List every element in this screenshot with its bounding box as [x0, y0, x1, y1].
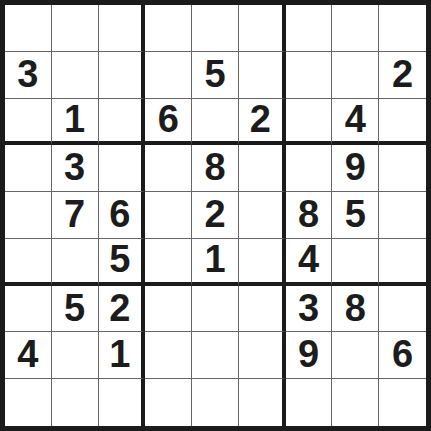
- cell-given-digit: 8: [332, 286, 379, 333]
- cell-empty[interactable]: [239, 52, 286, 99]
- cell-empty[interactable]: [52, 379, 99, 426]
- cell-given-digit: 2: [379, 52, 426, 99]
- cell-empty[interactable]: [52, 332, 99, 379]
- cell-empty[interactable]: [5, 379, 52, 426]
- sudoku-board: 35216243897628551452384196: [0, 0, 431, 431]
- cell-empty[interactable]: [332, 332, 379, 379]
- cell-given-digit: 3: [286, 286, 333, 333]
- cell-empty[interactable]: [332, 379, 379, 426]
- cell-given-digit: 6: [379, 332, 426, 379]
- cell-empty[interactable]: [379, 5, 426, 52]
- cell-empty[interactable]: [239, 379, 286, 426]
- cell-empty[interactable]: [286, 379, 333, 426]
- cell-given-digit: 1: [192, 239, 239, 286]
- cell-given-digit: 1: [99, 332, 146, 379]
- cell-empty[interactable]: [192, 379, 239, 426]
- cell-given-digit: 7: [52, 192, 99, 239]
- cell-empty[interactable]: [145, 379, 192, 426]
- cell-empty[interactable]: [379, 239, 426, 286]
- cell-given-digit: 2: [239, 99, 286, 146]
- cell-given-digit: 9: [332, 145, 379, 192]
- cell-empty[interactable]: [239, 286, 286, 333]
- cell-empty[interactable]: [5, 239, 52, 286]
- cell-empty[interactable]: [52, 239, 99, 286]
- cell-empty[interactable]: [99, 5, 146, 52]
- cell-given-digit: 3: [5, 52, 52, 99]
- cell-given-digit: 5: [52, 286, 99, 333]
- cell-empty[interactable]: [286, 99, 333, 146]
- cell-empty[interactable]: [286, 52, 333, 99]
- cell-empty[interactable]: [379, 192, 426, 239]
- cell-empty[interactable]: [192, 99, 239, 146]
- cell-empty[interactable]: [145, 145, 192, 192]
- cell-empty[interactable]: [286, 145, 333, 192]
- cell-empty[interactable]: [5, 192, 52, 239]
- cell-given-digit: 8: [286, 192, 333, 239]
- cell-empty[interactable]: [145, 192, 192, 239]
- cell-empty[interactable]: [332, 239, 379, 286]
- cell-empty[interactable]: [5, 99, 52, 146]
- cell-empty[interactable]: [5, 145, 52, 192]
- cell-empty[interactable]: [192, 5, 239, 52]
- cell-given-digit: 6: [99, 192, 146, 239]
- cell-empty[interactable]: [332, 5, 379, 52]
- cell-empty[interactable]: [239, 145, 286, 192]
- cell-empty[interactable]: [99, 52, 146, 99]
- cell-empty[interactable]: [239, 192, 286, 239]
- cell-given-digit: 4: [286, 239, 333, 286]
- cell-given-digit: 6: [145, 99, 192, 146]
- cell-empty[interactable]: [99, 379, 146, 426]
- cell-empty[interactable]: [332, 52, 379, 99]
- cell-given-digit: 5: [192, 52, 239, 99]
- cell-empty[interactable]: [145, 52, 192, 99]
- cell-empty[interactable]: [239, 5, 286, 52]
- cell-empty[interactable]: [192, 286, 239, 333]
- cell-given-digit: 4: [5, 332, 52, 379]
- cell-given-digit: 8: [192, 145, 239, 192]
- cell-empty[interactable]: [145, 239, 192, 286]
- cell-empty[interactable]: [239, 332, 286, 379]
- cell-empty[interactable]: [5, 286, 52, 333]
- cell-given-digit: 1: [52, 99, 99, 146]
- cell-empty[interactable]: [286, 5, 333, 52]
- cell-empty[interactable]: [5, 5, 52, 52]
- cell-given-digit: 2: [99, 286, 146, 333]
- cell-empty[interactable]: [52, 5, 99, 52]
- cell-empty[interactable]: [379, 99, 426, 146]
- cell-given-digit: 5: [99, 239, 146, 286]
- cell-given-digit: 5: [332, 192, 379, 239]
- cell-empty[interactable]: [239, 239, 286, 286]
- cell-empty[interactable]: [379, 286, 426, 333]
- cell-empty[interactable]: [145, 332, 192, 379]
- cell-empty[interactable]: [379, 379, 426, 426]
- cell-empty[interactable]: [99, 99, 146, 146]
- cell-empty[interactable]: [145, 286, 192, 333]
- cell-given-digit: 3: [52, 145, 99, 192]
- cell-given-digit: 9: [286, 332, 333, 379]
- cell-empty[interactable]: [52, 52, 99, 99]
- cell-empty[interactable]: [99, 145, 146, 192]
- cell-empty[interactable]: [145, 5, 192, 52]
- cell-empty[interactable]: [379, 145, 426, 192]
- cell-empty[interactable]: [192, 332, 239, 379]
- cell-given-digit: 4: [332, 99, 379, 146]
- cell-given-digit: 2: [192, 192, 239, 239]
